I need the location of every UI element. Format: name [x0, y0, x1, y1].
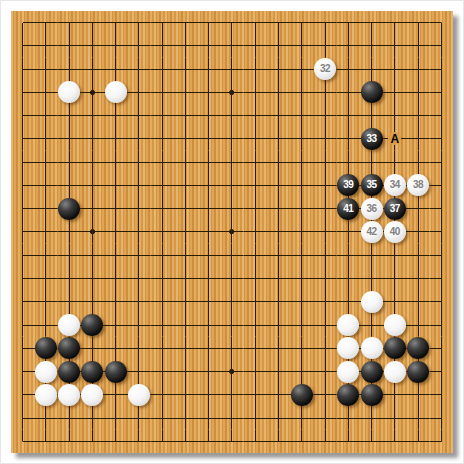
- intersection-B1[interactable]: [34, 430, 57, 453]
- intersection-B3[interactable]: [34, 383, 57, 406]
- intersection-L2[interactable]: [244, 406, 267, 429]
- intersection-G13[interactable]: [151, 151, 174, 174]
- white-stone-P6[interactable]: [337, 314, 359, 336]
- intersection-M14[interactable]: [267, 127, 290, 150]
- intersection-N10[interactable]: [290, 220, 313, 243]
- intersection-M6[interactable]: [267, 313, 290, 336]
- intersection-L3[interactable]: [244, 383, 267, 406]
- intersection-D14[interactable]: [81, 127, 104, 150]
- intersection-M2[interactable]: [267, 406, 290, 429]
- intersection-L9[interactable]: [244, 244, 267, 267]
- intersection-E17[interactable]: [104, 58, 127, 81]
- intersection-T8[interactable]: [430, 267, 453, 290]
- intersection-F15[interactable]: [127, 104, 150, 127]
- intersection-P18[interactable]: [337, 34, 360, 57]
- intersection-A14[interactable]: [11, 127, 34, 150]
- intersection-N5[interactable]: [290, 337, 313, 360]
- intersection-R6[interactable]: [383, 313, 406, 336]
- intersection-S11[interactable]: [406, 197, 429, 220]
- intersection-S14[interactable]: [406, 127, 429, 150]
- intersection-A5[interactable]: [11, 337, 34, 360]
- intersection-L4[interactable]: [244, 360, 267, 383]
- intersection-O10[interactable]: [313, 220, 336, 243]
- intersection-R15[interactable]: [383, 104, 406, 127]
- intersection-E16[interactable]: [104, 81, 127, 104]
- intersection-B19[interactable]: [34, 11, 57, 34]
- intersection-J14[interactable]: [197, 127, 220, 150]
- intersection-Q19[interactable]: [360, 11, 383, 34]
- intersection-E18[interactable]: [104, 34, 127, 57]
- intersection-F2[interactable]: [127, 406, 150, 429]
- intersection-J17[interactable]: [197, 58, 220, 81]
- intersection-R9[interactable]: [383, 244, 406, 267]
- intersection-D18[interactable]: [81, 34, 104, 57]
- intersection-Q10[interactable]: 42: [360, 220, 383, 243]
- intersection-Q15[interactable]: [360, 104, 383, 127]
- intersection-E13[interactable]: [104, 151, 127, 174]
- intersection-P9[interactable]: [337, 244, 360, 267]
- intersection-A1[interactable]: [11, 430, 34, 453]
- black-stone-P11[interactable]: 41: [337, 198, 359, 220]
- intersection-R19[interactable]: [383, 11, 406, 34]
- intersection-R18[interactable]: [383, 34, 406, 57]
- intersection-F1[interactable]: [127, 430, 150, 453]
- intersection-P16[interactable]: [337, 81, 360, 104]
- intersection-Q16[interactable]: [360, 81, 383, 104]
- intersection-K9[interactable]: [220, 244, 243, 267]
- intersection-R12[interactable]: 34: [383, 174, 406, 197]
- intersection-L7[interactable]: [244, 290, 267, 313]
- intersection-P2[interactable]: [337, 406, 360, 429]
- intersection-D13[interactable]: [81, 151, 104, 174]
- intersection-O1[interactable]: [313, 430, 336, 453]
- intersection-M13[interactable]: [267, 151, 290, 174]
- intersection-J6[interactable]: [197, 313, 220, 336]
- white-stone-B4[interactable]: [35, 361, 57, 383]
- intersection-L16[interactable]: [244, 81, 267, 104]
- intersection-B7[interactable]: [34, 290, 57, 313]
- intersection-S2[interactable]: [406, 406, 429, 429]
- white-stone-D3[interactable]: [81, 384, 103, 406]
- intersection-J13[interactable]: [197, 151, 220, 174]
- intersection-K2[interactable]: [220, 406, 243, 429]
- intersection-H18[interactable]: [174, 34, 197, 57]
- intersection-Q6[interactable]: [360, 313, 383, 336]
- intersection-K17[interactable]: [220, 58, 243, 81]
- intersection-T13[interactable]: [430, 151, 453, 174]
- intersection-P14[interactable]: [337, 127, 360, 150]
- white-stone-B3[interactable]: [35, 384, 57, 406]
- intersection-N12[interactable]: [290, 174, 313, 197]
- intersection-R1[interactable]: [383, 430, 406, 453]
- intersection-E14[interactable]: [104, 127, 127, 150]
- intersection-F18[interactable]: [127, 34, 150, 57]
- intersection-H11[interactable]: [174, 197, 197, 220]
- intersection-O12[interactable]: [313, 174, 336, 197]
- intersection-B16[interactable]: [34, 81, 57, 104]
- intersection-L10[interactable]: [244, 220, 267, 243]
- intersection-J3[interactable]: [197, 383, 220, 406]
- intersection-Q12[interactable]: 35: [360, 174, 383, 197]
- intersection-M8[interactable]: [267, 267, 290, 290]
- intersection-F5[interactable]: [127, 337, 150, 360]
- intersection-J4[interactable]: [197, 360, 220, 383]
- intersection-O18[interactable]: [313, 34, 336, 57]
- intersection-M1[interactable]: [267, 430, 290, 453]
- intersection-L6[interactable]: [244, 313, 267, 336]
- intersection-K15[interactable]: [220, 104, 243, 127]
- intersection-M11[interactable]: [267, 197, 290, 220]
- intersection-F9[interactable]: [127, 244, 150, 267]
- intersection-T18[interactable]: [430, 34, 453, 57]
- intersection-E4[interactable]: [104, 360, 127, 383]
- intersection-G10[interactable]: [151, 220, 174, 243]
- intersection-D17[interactable]: [81, 58, 104, 81]
- intersection-T6[interactable]: [430, 313, 453, 336]
- white-stone-Q11[interactable]: 36: [361, 198, 383, 220]
- intersection-N16[interactable]: [290, 81, 313, 104]
- intersection-O7[interactable]: [313, 290, 336, 313]
- intersection-S18[interactable]: [406, 34, 429, 57]
- black-stone-R11[interactable]: 37: [384, 198, 406, 220]
- intersection-F14[interactable]: [127, 127, 150, 150]
- intersection-T12[interactable]: [430, 174, 453, 197]
- intersection-H9[interactable]: [174, 244, 197, 267]
- intersection-C3[interactable]: [58, 383, 81, 406]
- intersection-F12[interactable]: [127, 174, 150, 197]
- intersection-T17[interactable]: [430, 58, 453, 81]
- intersection-D10[interactable]: [81, 220, 104, 243]
- intersection-S5[interactable]: [406, 337, 429, 360]
- intersection-S10[interactable]: [406, 220, 429, 243]
- intersection-M12[interactable]: [267, 174, 290, 197]
- intersection-Q17[interactable]: [360, 58, 383, 81]
- intersection-S9[interactable]: [406, 244, 429, 267]
- intersection-O14[interactable]: [313, 127, 336, 150]
- intersection-N17[interactable]: [290, 58, 313, 81]
- black-stone-D4[interactable]: [81, 361, 103, 383]
- intersection-T5[interactable]: [430, 337, 453, 360]
- intersection-L14[interactable]: [244, 127, 267, 150]
- intersection-J9[interactable]: [197, 244, 220, 267]
- intersection-C10[interactable]: [58, 220, 81, 243]
- intersection-G2[interactable]: [151, 406, 174, 429]
- white-stone-R4[interactable]: [384, 361, 406, 383]
- intersection-D19[interactable]: [81, 11, 104, 34]
- intersection-P6[interactable]: [337, 313, 360, 336]
- intersection-R11[interactable]: 37: [383, 197, 406, 220]
- intersection-H5[interactable]: [174, 337, 197, 360]
- intersection-A11[interactable]: [11, 197, 34, 220]
- intersection-T10[interactable]: [430, 220, 453, 243]
- intersection-K19[interactable]: [220, 11, 243, 34]
- intersection-D16[interactable]: [81, 81, 104, 104]
- black-stone-S5[interactable]: [407, 337, 429, 359]
- intersection-L19[interactable]: [244, 11, 267, 34]
- intersection-K5[interactable]: [220, 337, 243, 360]
- intersection-O9[interactable]: [313, 244, 336, 267]
- intersection-D15[interactable]: [81, 104, 104, 127]
- intersection-F3[interactable]: [127, 383, 150, 406]
- intersection-M5[interactable]: [267, 337, 290, 360]
- intersection-N14[interactable]: [290, 127, 313, 150]
- intersection-D2[interactable]: [81, 406, 104, 429]
- intersection-F8[interactable]: [127, 267, 150, 290]
- intersection-A10[interactable]: [11, 220, 34, 243]
- intersection-B4[interactable]: [34, 360, 57, 383]
- black-stone-P12[interactable]: 39: [337, 174, 359, 196]
- black-stone-N3[interactable]: [291, 384, 313, 406]
- intersection-A12[interactable]: [11, 174, 34, 197]
- intersection-A6[interactable]: [11, 313, 34, 336]
- intersection-B5[interactable]: [34, 337, 57, 360]
- intersection-T7[interactable]: [430, 290, 453, 313]
- intersection-N9[interactable]: [290, 244, 313, 267]
- intersection-B11[interactable]: [34, 197, 57, 220]
- intersection-B6[interactable]: [34, 313, 57, 336]
- intersection-E5[interactable]: [104, 337, 127, 360]
- intersection-F6[interactable]: [127, 313, 150, 336]
- intersection-N6[interactable]: [290, 313, 313, 336]
- intersection-C6[interactable]: [58, 313, 81, 336]
- intersection-M4[interactable]: [267, 360, 290, 383]
- intersection-K13[interactable]: [220, 151, 243, 174]
- intersection-P17[interactable]: [337, 58, 360, 81]
- intersection-C2[interactable]: [58, 406, 81, 429]
- intersection-G9[interactable]: [151, 244, 174, 267]
- intersection-J10[interactable]: [197, 220, 220, 243]
- intersection-O5[interactable]: [313, 337, 336, 360]
- intersection-E19[interactable]: [104, 11, 127, 34]
- intersection-O17[interactable]: 32: [313, 58, 336, 81]
- intersection-R2[interactable]: [383, 406, 406, 429]
- intersection-O11[interactable]: [313, 197, 336, 220]
- intersection-F7[interactable]: [127, 290, 150, 313]
- intersection-P13[interactable]: [337, 151, 360, 174]
- intersection-F4[interactable]: [127, 360, 150, 383]
- intersection-H14[interactable]: [174, 127, 197, 150]
- intersection-J18[interactable]: [197, 34, 220, 57]
- intersection-D3[interactable]: [81, 383, 104, 406]
- intersection-K6[interactable]: [220, 313, 243, 336]
- intersection-H2[interactable]: [174, 406, 197, 429]
- intersection-L13[interactable]: [244, 151, 267, 174]
- intersection-A13[interactable]: [11, 151, 34, 174]
- intersection-C12[interactable]: [58, 174, 81, 197]
- intersection-G14[interactable]: [151, 127, 174, 150]
- intersection-C13[interactable]: [58, 151, 81, 174]
- intersection-G17[interactable]: [151, 58, 174, 81]
- intersection-C16[interactable]: [58, 81, 81, 104]
- intersection-M15[interactable]: [267, 104, 290, 127]
- white-stone-Q10[interactable]: 42: [361, 221, 383, 243]
- intersection-P11[interactable]: 41: [337, 197, 360, 220]
- intersection-E3[interactable]: [104, 383, 127, 406]
- black-stone-D6[interactable]: [81, 314, 103, 336]
- intersection-P8[interactable]: [337, 267, 360, 290]
- intersection-E7[interactable]: [104, 290, 127, 313]
- intersection-O3[interactable]: [313, 383, 336, 406]
- intersection-B15[interactable]: [34, 104, 57, 127]
- intersection-H10[interactable]: [174, 220, 197, 243]
- intersection-H7[interactable]: [174, 290, 197, 313]
- intersection-D12[interactable]: [81, 174, 104, 197]
- white-stone-O17[interactable]: 32: [314, 58, 336, 80]
- white-stone-E16[interactable]: [105, 81, 127, 103]
- intersection-M17[interactable]: [267, 58, 290, 81]
- intersection-T3[interactable]: [430, 383, 453, 406]
- intersection-C5[interactable]: [58, 337, 81, 360]
- intersection-T11[interactable]: [430, 197, 453, 220]
- intersection-F19[interactable]: [127, 11, 150, 34]
- intersection-E1[interactable]: [104, 430, 127, 453]
- intersection-L18[interactable]: [244, 34, 267, 57]
- black-stone-C5[interactable]: [58, 337, 80, 359]
- intersection-K7[interactable]: [220, 290, 243, 313]
- intersection-C9[interactable]: [58, 244, 81, 267]
- intersection-F10[interactable]: [127, 220, 150, 243]
- white-stone-C16[interactable]: [58, 81, 80, 103]
- intersection-K12[interactable]: [220, 174, 243, 197]
- intersection-Q14[interactable]: 33: [360, 127, 383, 150]
- intersection-T15[interactable]: [430, 104, 453, 127]
- intersection-H1[interactable]: [174, 430, 197, 453]
- intersection-B17[interactable]: [34, 58, 57, 81]
- intersection-S16[interactable]: [406, 81, 429, 104]
- intersection-H12[interactable]: [174, 174, 197, 197]
- intersection-A17[interactable]: [11, 58, 34, 81]
- intersection-O8[interactable]: [313, 267, 336, 290]
- intersection-A16[interactable]: [11, 81, 34, 104]
- intersection-P19[interactable]: [337, 11, 360, 34]
- intersection-D7[interactable]: [81, 290, 104, 313]
- intersection-S19[interactable]: [406, 11, 429, 34]
- intersection-Q2[interactable]: [360, 406, 383, 429]
- intersection-Q1[interactable]: [360, 430, 383, 453]
- intersection-C14[interactable]: [58, 127, 81, 150]
- intersection-G11[interactable]: [151, 197, 174, 220]
- intersection-H4[interactable]: [174, 360, 197, 383]
- intersection-M16[interactable]: [267, 81, 290, 104]
- black-stone-R5[interactable]: [384, 337, 406, 359]
- black-stone-C4[interactable]: [58, 361, 80, 383]
- intersection-R13[interactable]: [383, 151, 406, 174]
- intersection-A4[interactable]: [11, 360, 34, 383]
- intersection-C1[interactable]: [58, 430, 81, 453]
- intersection-T9[interactable]: [430, 244, 453, 267]
- intersection-J15[interactable]: [197, 104, 220, 127]
- intersection-P7[interactable]: [337, 290, 360, 313]
- white-stone-C3[interactable]: [58, 384, 80, 406]
- intersection-F16[interactable]: [127, 81, 150, 104]
- intersection-B8[interactable]: [34, 267, 57, 290]
- intersection-G4[interactable]: [151, 360, 174, 383]
- intersection-K8[interactable]: [220, 267, 243, 290]
- intersection-B13[interactable]: [34, 151, 57, 174]
- intersection-R8[interactable]: [383, 267, 406, 290]
- intersection-R16[interactable]: [383, 81, 406, 104]
- intersection-R10[interactable]: 40: [383, 220, 406, 243]
- intersection-O2[interactable]: [313, 406, 336, 429]
- intersection-Q8[interactable]: [360, 267, 383, 290]
- intersection-Q13[interactable]: [360, 151, 383, 174]
- intersection-B12[interactable]: [34, 174, 57, 197]
- intersection-K1[interactable]: [220, 430, 243, 453]
- intersection-E2[interactable]: [104, 406, 127, 429]
- intersection-N13[interactable]: [290, 151, 313, 174]
- intersection-O6[interactable]: [313, 313, 336, 336]
- intersection-R14[interactable]: A: [383, 127, 406, 150]
- intersection-O15[interactable]: [313, 104, 336, 127]
- white-stone-P5[interactable]: [337, 337, 359, 359]
- intersection-Q11[interactable]: 36: [360, 197, 383, 220]
- intersection-S17[interactable]: [406, 58, 429, 81]
- black-stone-Q4[interactable]: [361, 361, 383, 383]
- intersection-S6[interactable]: [406, 313, 429, 336]
- intersection-T4[interactable]: [430, 360, 453, 383]
- intersection-G16[interactable]: [151, 81, 174, 104]
- intersection-S12[interactable]: 38: [406, 174, 429, 197]
- intersection-O4[interactable]: [313, 360, 336, 383]
- intersection-E15[interactable]: [104, 104, 127, 127]
- intersection-F11[interactable]: [127, 197, 150, 220]
- white-stone-Q7[interactable]: [361, 291, 383, 313]
- intersection-K4[interactable]: [220, 360, 243, 383]
- white-stone-Q5[interactable]: [361, 337, 383, 359]
- black-stone-Q14[interactable]: 33: [361, 128, 383, 150]
- intersection-H6[interactable]: [174, 313, 197, 336]
- intersection-S13[interactable]: [406, 151, 429, 174]
- intersection-N4[interactable]: [290, 360, 313, 383]
- intersection-A18[interactable]: [11, 34, 34, 57]
- intersection-P15[interactable]: [337, 104, 360, 127]
- intersection-D9[interactable]: [81, 244, 104, 267]
- intersection-E6[interactable]: [104, 313, 127, 336]
- white-stone-R6[interactable]: [384, 314, 406, 336]
- intersection-Q4[interactable]: [360, 360, 383, 383]
- intersection-M10[interactable]: [267, 220, 290, 243]
- intersection-C15[interactable]: [58, 104, 81, 127]
- intersection-M18[interactable]: [267, 34, 290, 57]
- intersection-T1[interactable]: [430, 430, 453, 453]
- intersection-C18[interactable]: [58, 34, 81, 57]
- black-stone-Q12[interactable]: 35: [361, 174, 383, 196]
- intersection-J8[interactable]: [197, 267, 220, 290]
- intersection-J11[interactable]: [197, 197, 220, 220]
- intersection-C8[interactable]: [58, 267, 81, 290]
- intersection-J12[interactable]: [197, 174, 220, 197]
- intersection-A7[interactable]: [11, 290, 34, 313]
- white-stone-R10[interactable]: 40: [384, 221, 406, 243]
- intersection-B18[interactable]: [34, 34, 57, 57]
- intersection-D6[interactable]: [81, 313, 104, 336]
- intersection-P10[interactable]: [337, 220, 360, 243]
- intersection-C7[interactable]: [58, 290, 81, 313]
- intersection-O19[interactable]: [313, 11, 336, 34]
- intersection-J5[interactable]: [197, 337, 220, 360]
- black-stone-Q3[interactable]: [361, 384, 383, 406]
- intersection-G1[interactable]: [151, 430, 174, 453]
- intersection-M7[interactable]: [267, 290, 290, 313]
- intersection-G18[interactable]: [151, 34, 174, 57]
- intersection-S15[interactable]: [406, 104, 429, 127]
- intersection-K18[interactable]: [220, 34, 243, 57]
- intersection-N19[interactable]: [290, 11, 313, 34]
- intersection-K16[interactable]: [220, 81, 243, 104]
- intersection-H19[interactable]: [174, 11, 197, 34]
- intersection-G3[interactable]: [151, 383, 174, 406]
- intersection-R3[interactable]: [383, 383, 406, 406]
